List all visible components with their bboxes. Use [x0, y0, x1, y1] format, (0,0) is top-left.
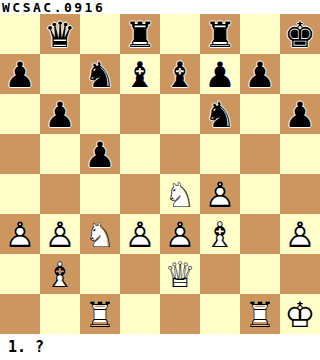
square-h4[interactable]	[280, 174, 320, 214]
square-h6[interactable]: ♟	[280, 94, 320, 134]
black-pawn: ♟	[240, 54, 280, 94]
square-b6[interactable]: ♟	[40, 94, 80, 134]
square-c4[interactable]	[80, 174, 120, 214]
square-h2[interactable]	[280, 254, 320, 294]
square-e7[interactable]: ♝	[160, 54, 200, 94]
black-king: ♚	[280, 14, 320, 54]
square-g2[interactable]	[240, 254, 280, 294]
square-h8[interactable]: ♚	[280, 14, 320, 54]
square-d4[interactable]	[120, 174, 160, 214]
square-f3[interactable]: ♝♗	[200, 214, 240, 254]
white-pawn: ♟♙	[200, 174, 240, 214]
square-e8[interactable]	[160, 14, 200, 54]
square-f5[interactable]	[200, 134, 240, 174]
chess-diagram-window: WCSAC.0916 ♛♜♜♚♟♞♝♝♟♟♟♞♟♟♞♘♟♙♟♙♟♙♞♘♟♙♟♙♝…	[0, 0, 320, 360]
square-f2[interactable]	[200, 254, 240, 294]
square-g6[interactable]	[240, 94, 280, 134]
square-a6[interactable]	[0, 94, 40, 134]
black-pawn: ♟	[200, 54, 240, 94]
puzzle-title: WCSAC.0916	[0, 0, 320, 14]
square-b2[interactable]: ♝♗	[40, 254, 80, 294]
square-f7[interactable]: ♟	[200, 54, 240, 94]
square-f8[interactable]: ♜	[200, 14, 240, 54]
white-pawn: ♟♙	[0, 214, 40, 254]
white-pawn: ♟♙	[160, 214, 200, 254]
square-d3[interactable]: ♟♙	[120, 214, 160, 254]
square-e5[interactable]	[160, 134, 200, 174]
square-g3[interactable]	[240, 214, 280, 254]
square-e2[interactable]: ♛♕	[160, 254, 200, 294]
square-c8[interactable]	[80, 14, 120, 54]
square-g1[interactable]: ♜♖	[240, 294, 280, 334]
black-queen: ♛	[40, 14, 80, 54]
white-knight: ♞♘	[80, 214, 120, 254]
square-a5[interactable]	[0, 134, 40, 174]
white-pawn: ♟♙	[120, 214, 160, 254]
square-d1[interactable]	[120, 294, 160, 334]
square-e1[interactable]	[160, 294, 200, 334]
white-rook: ♜♖	[240, 294, 280, 334]
square-d5[interactable]	[120, 134, 160, 174]
square-a3[interactable]: ♟♙	[0, 214, 40, 254]
square-g7[interactable]: ♟	[240, 54, 280, 94]
white-pawn: ♟♙	[40, 214, 80, 254]
square-h1[interactable]: ♚♔	[280, 294, 320, 334]
square-a4[interactable]	[0, 174, 40, 214]
square-g4[interactable]	[240, 174, 280, 214]
move-prompt: 1. ?	[0, 334, 320, 360]
square-e4[interactable]: ♞♘	[160, 174, 200, 214]
chess-board: ♛♜♜♚♟♞♝♝♟♟♟♞♟♟♞♘♟♙♟♙♟♙♞♘♟♙♟♙♝♗♟♙♝♗♛♕♜♖♜♖…	[0, 14, 320, 334]
square-c2[interactable]	[80, 254, 120, 294]
black-knight: ♞	[200, 94, 240, 134]
square-c1[interactable]: ♜♖	[80, 294, 120, 334]
white-pawn: ♟♙	[280, 214, 320, 254]
square-b7[interactable]	[40, 54, 80, 94]
square-b8[interactable]: ♛	[40, 14, 80, 54]
black-pawn: ♟	[80, 134, 120, 174]
square-g8[interactable]	[240, 14, 280, 54]
square-d7[interactable]: ♝	[120, 54, 160, 94]
square-a2[interactable]	[0, 254, 40, 294]
black-bishop: ♝	[160, 54, 200, 94]
square-b5[interactable]	[40, 134, 80, 174]
black-knight: ♞	[80, 54, 120, 94]
square-b4[interactable]	[40, 174, 80, 214]
square-c6[interactable]	[80, 94, 120, 134]
white-king: ♚♔	[280, 294, 320, 334]
square-h3[interactable]: ♟♙	[280, 214, 320, 254]
square-b3[interactable]: ♟♙	[40, 214, 80, 254]
square-a7[interactable]: ♟	[0, 54, 40, 94]
white-rook: ♜♖	[80, 294, 120, 334]
square-a1[interactable]	[0, 294, 40, 334]
square-f6[interactable]: ♞	[200, 94, 240, 134]
square-f4[interactable]: ♟♙	[200, 174, 240, 214]
white-queen: ♛♕	[160, 254, 200, 294]
square-f1[interactable]	[200, 294, 240, 334]
black-rook: ♜	[200, 14, 240, 54]
square-h7[interactable]	[280, 54, 320, 94]
white-knight: ♞♘	[160, 174, 200, 214]
square-d8[interactable]: ♜	[120, 14, 160, 54]
square-d6[interactable]	[120, 94, 160, 134]
black-rook: ♜	[120, 14, 160, 54]
black-pawn: ♟	[280, 94, 320, 134]
square-h5[interactable]	[280, 134, 320, 174]
white-bishop: ♝♗	[200, 214, 240, 254]
square-c7[interactable]: ♞	[80, 54, 120, 94]
white-bishop: ♝♗	[40, 254, 80, 294]
square-c5[interactable]: ♟	[80, 134, 120, 174]
black-pawn: ♟	[40, 94, 80, 134]
black-pawn: ♟	[0, 54, 40, 94]
square-d2[interactable]	[120, 254, 160, 294]
square-c3[interactable]: ♞♘	[80, 214, 120, 254]
square-g5[interactable]	[240, 134, 280, 174]
square-b1[interactable]	[40, 294, 80, 334]
square-e6[interactable]	[160, 94, 200, 134]
black-bishop: ♝	[120, 54, 160, 94]
square-e3[interactable]: ♟♙	[160, 214, 200, 254]
square-a8[interactable]	[0, 14, 40, 54]
